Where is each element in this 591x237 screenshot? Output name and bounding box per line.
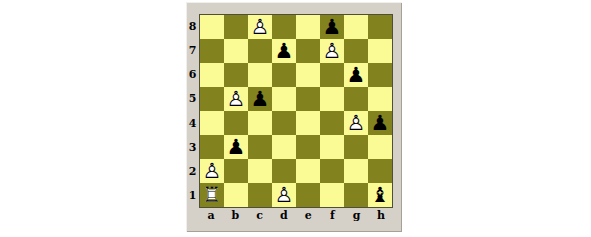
- file-label-b: b: [223, 209, 247, 230]
- square-c8[interactable]: ♟♙: [248, 15, 272, 39]
- file-label-h: h: [369, 209, 393, 230]
- square-c2[interactable]: [248, 159, 272, 183]
- square-b8[interactable]: [224, 15, 248, 39]
- white-pawn-outline-glyph: ♙: [272, 183, 296, 207]
- square-f2[interactable]: [320, 159, 344, 183]
- white-rook-outline-glyph: ♖: [200, 183, 224, 207]
- square-g7[interactable]: [344, 39, 368, 63]
- square-d6[interactable]: [272, 63, 296, 87]
- square-h5[interactable]: [368, 87, 392, 111]
- rank-label-7: 7: [186, 38, 199, 62]
- square-g6[interactable]: ♟: [344, 63, 368, 87]
- white-pawn-a2[interactable]: ♟♙: [200, 159, 224, 183]
- black-pawn-fill-glyph: ♟: [320, 15, 344, 39]
- square-e2[interactable]: [296, 159, 320, 183]
- square-c3[interactable]: [248, 135, 272, 159]
- rank-label-5: 5: [186, 87, 199, 111]
- square-d7[interactable]: ♟: [272, 39, 296, 63]
- square-e6[interactable]: [296, 63, 320, 87]
- square-a5[interactable]: [200, 87, 224, 111]
- square-f7[interactable]: ♟♙: [320, 39, 344, 63]
- file-label-e: e: [296, 209, 320, 230]
- page-background: 87654321 ♟♙♟♟♟♙♟♟♙♟♟♙♟♟♟♙♜♖♟♙♝ abcdefgh: [0, 0, 591, 237]
- square-e4[interactable]: [296, 111, 320, 135]
- square-d5[interactable]: [272, 87, 296, 111]
- square-g2[interactable]: [344, 159, 368, 183]
- black-bishop-h1[interactable]: ♝: [368, 183, 392, 207]
- chessboard-frame: 87654321 ♟♙♟♟♟♙♟♟♙♟♟♙♟♟♟♙♜♖♟♙♝ abcdefgh: [186, 2, 402, 232]
- black-pawn-fill-glyph: ♟: [224, 135, 248, 159]
- black-pawn-b3[interactable]: ♟: [224, 135, 248, 159]
- square-f1[interactable]: [320, 183, 344, 207]
- square-d4[interactable]: [272, 111, 296, 135]
- file-label-a: a: [199, 209, 223, 230]
- square-g5[interactable]: [344, 87, 368, 111]
- square-h6[interactable]: [368, 63, 392, 87]
- square-a2[interactable]: ♟♙: [200, 159, 224, 183]
- square-h8[interactable]: [368, 15, 392, 39]
- square-g3[interactable]: [344, 135, 368, 159]
- file-label-g: g: [345, 209, 369, 230]
- white-pawn-outline-glyph: ♙: [320, 39, 344, 63]
- square-c6[interactable]: [248, 63, 272, 87]
- white-rook-a1[interactable]: ♜♖: [200, 183, 224, 207]
- rank-labels: 87654321: [186, 14, 199, 208]
- square-e3[interactable]: [296, 135, 320, 159]
- white-pawn-outline-glyph: ♙: [344, 111, 368, 135]
- black-pawn-fill-glyph: ♟: [368, 111, 392, 135]
- rank-label-4: 4: [186, 111, 199, 135]
- square-b7[interactable]: [224, 39, 248, 63]
- white-pawn-outline-glyph: ♙: [200, 159, 224, 183]
- square-e8[interactable]: [296, 15, 320, 39]
- black-bishop-fill-glyph: ♝: [368, 183, 392, 207]
- square-h7[interactable]: [368, 39, 392, 63]
- black-pawn-f8[interactable]: ♟: [320, 15, 344, 39]
- square-f3[interactable]: [320, 135, 344, 159]
- square-b2[interactable]: [224, 159, 248, 183]
- black-pawn-fill-glyph: ♟: [272, 39, 296, 63]
- square-a6[interactable]: [200, 63, 224, 87]
- white-pawn-c8[interactable]: ♟♙: [248, 15, 272, 39]
- square-b5[interactable]: ♟♙: [224, 87, 248, 111]
- rank-label-2: 2: [186, 160, 199, 184]
- square-b1[interactable]: [224, 183, 248, 207]
- square-h1[interactable]: ♝: [368, 183, 392, 207]
- square-a4[interactable]: [200, 111, 224, 135]
- square-f4[interactable]: [320, 111, 344, 135]
- square-e1[interactable]: [296, 183, 320, 207]
- square-b6[interactable]: [224, 63, 248, 87]
- file-labels: abcdefgh: [199, 209, 393, 230]
- white-pawn-g4[interactable]: ♟♙: [344, 111, 368, 135]
- black-pawn-c5[interactable]: ♟: [248, 87, 272, 111]
- square-a1[interactable]: ♜♖: [200, 183, 224, 207]
- black-pawn-fill-glyph: ♟: [248, 87, 272, 111]
- square-c5[interactable]: ♟: [248, 87, 272, 111]
- square-d1[interactable]: ♟♙: [272, 183, 296, 207]
- square-g8[interactable]: [344, 15, 368, 39]
- square-h4[interactable]: ♟: [368, 111, 392, 135]
- square-e5[interactable]: [296, 87, 320, 111]
- square-d3[interactable]: [272, 135, 296, 159]
- square-c7[interactable]: [248, 39, 272, 63]
- file-label-f: f: [320, 209, 344, 230]
- square-h3[interactable]: [368, 135, 392, 159]
- rank-label-3: 3: [186, 135, 199, 159]
- black-pawn-h4[interactable]: ♟: [368, 111, 392, 135]
- rank-label-1: 1: [186, 184, 199, 208]
- white-pawn-d1[interactable]: ♟♙: [272, 183, 296, 207]
- square-d8[interactable]: [272, 15, 296, 39]
- rank-label-6: 6: [186, 63, 199, 87]
- square-b3[interactable]: ♟: [224, 135, 248, 159]
- square-f5[interactable]: [320, 87, 344, 111]
- black-pawn-g6[interactable]: ♟: [344, 63, 368, 87]
- square-c1[interactable]: [248, 183, 272, 207]
- square-f8[interactable]: ♟: [320, 15, 344, 39]
- square-e7[interactable]: [296, 39, 320, 63]
- file-label-c: c: [248, 209, 272, 230]
- square-a3[interactable]: [200, 135, 224, 159]
- square-h2[interactable]: [368, 159, 392, 183]
- rank-label-8: 8: [186, 14, 199, 38]
- square-b4[interactable]: [224, 111, 248, 135]
- square-g1[interactable]: [344, 183, 368, 207]
- white-pawn-outline-glyph: ♙: [248, 15, 272, 39]
- square-a7[interactable]: [200, 39, 224, 63]
- white-pawn-f7[interactable]: ♟♙: [320, 39, 344, 63]
- square-g4[interactable]: ♟♙: [344, 111, 368, 135]
- white-pawn-outline-glyph: ♙: [224, 87, 248, 111]
- file-label-d: d: [272, 209, 296, 230]
- white-pawn-b5[interactable]: ♟♙: [224, 87, 248, 111]
- black-pawn-fill-glyph: ♟: [344, 63, 368, 87]
- square-d2[interactable]: [272, 159, 296, 183]
- square-c4[interactable]: [248, 111, 272, 135]
- square-a8[interactable]: [200, 15, 224, 39]
- square-f6[interactable]: [320, 63, 344, 87]
- black-pawn-d7[interactable]: ♟: [272, 39, 296, 63]
- chessboard: ♟♙♟♟♟♙♟♟♙♟♟♙♟♟♟♙♜♖♟♙♝: [199, 14, 393, 208]
